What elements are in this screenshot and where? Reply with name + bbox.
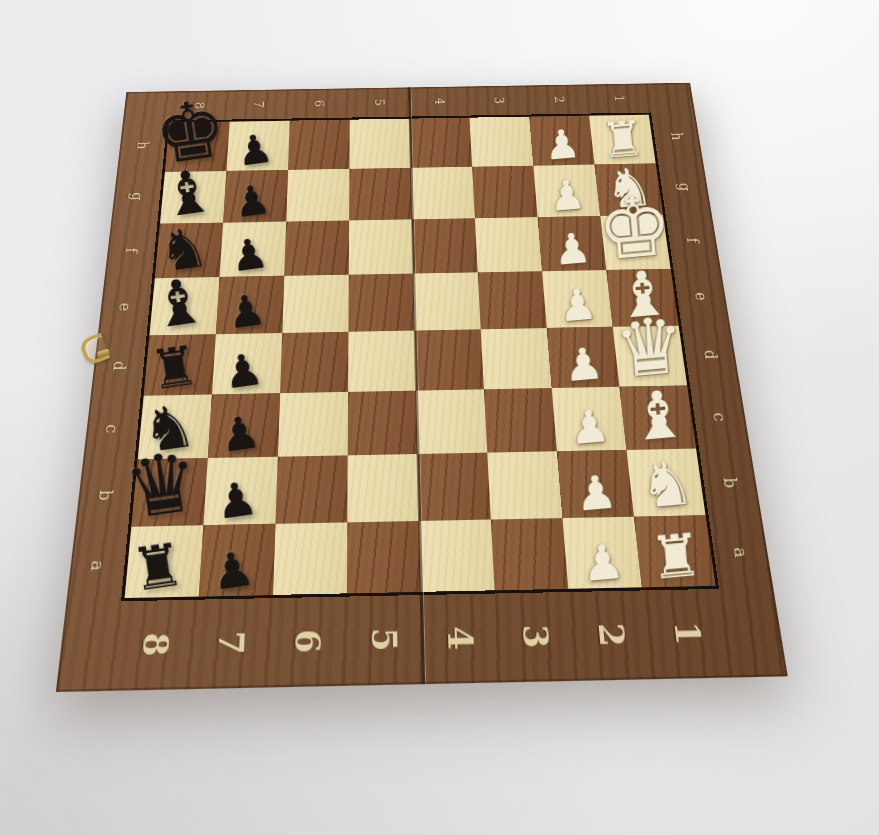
square-c2[interactable]: ♟	[552, 387, 627, 452]
square-f4[interactable]	[412, 218, 478, 273]
white-pawn-b2[interactable]: ♟	[574, 469, 619, 517]
square-h4[interactable]	[410, 118, 472, 168]
black-rook-a8[interactable]: ♜	[128, 536, 188, 599]
square-a3[interactable]	[491, 518, 568, 590]
square-d3[interactable]	[481, 328, 552, 389]
top-rank-label-3: 3	[491, 97, 507, 104]
black-pawn-h7[interactable]: ♟	[234, 129, 275, 172]
square-a1[interactable]: ♜	[634, 515, 715, 587]
photo-backdrop: 87654321 hgfedcba ♚♟♟♜♝♟♟♞♞♟♟♚♝♟♟♝♜♟♟♛♞♟…	[0, 0, 879, 835]
square-e5[interactable]	[348, 274, 414, 332]
square-b5[interactable]	[347, 454, 419, 522]
black-pawn-c7[interactable]: ♟	[217, 410, 263, 458]
square-d8[interactable]: ♜	[144, 334, 216, 396]
square-d4[interactable]	[415, 329, 484, 390]
square-b1[interactable]: ♞	[626, 449, 705, 517]
bottom-rank-label-3: 3	[515, 624, 556, 649]
bottom-rank-label-7: 7	[211, 630, 252, 655]
square-b7[interactable]: ♟	[203, 457, 277, 526]
right-file-label-h: h	[667, 132, 686, 140]
black-pawn-e7[interactable]: ♟	[224, 289, 268, 335]
square-e8[interactable]: ♝	[149, 277, 219, 335]
square-a2[interactable]: ♟	[562, 517, 641, 589]
square-f5[interactable]	[349, 219, 413, 274]
square-h2[interactable]: ♟	[529, 116, 594, 166]
square-h3[interactable]	[469, 117, 533, 167]
left-file-label-f: f	[122, 248, 141, 253]
right-file-label-a: a	[729, 547, 752, 558]
left-file-label-h: h	[133, 141, 152, 149]
square-b8[interactable]: ♛	[131, 458, 207, 527]
top-rank-label-7: 7	[251, 101, 267, 108]
white-pawn-a2[interactable]: ♟	[580, 539, 626, 588]
square-g7[interactable]: ♟	[223, 170, 288, 223]
square-a5[interactable]	[347, 521, 421, 593]
square-b4[interactable]	[418, 453, 491, 521]
black-pawn-b7[interactable]: ♟	[213, 476, 261, 526]
bottom-rank-label-6: 6	[287, 629, 327, 654]
white-knight-b1[interactable]: ♞	[637, 453, 696, 516]
square-e2[interactable]: ♟	[542, 270, 613, 328]
square-c6[interactable]	[278, 392, 348, 457]
right-file-label-f: f	[683, 238, 702, 243]
square-e4[interactable]	[413, 272, 480, 330]
square-e6[interactable]	[282, 275, 349, 333]
bottom-rank-label-2: 2	[591, 622, 633, 647]
white-pawn-g2[interactable]: ♟	[547, 175, 587, 217]
right-file-label-c: c	[709, 412, 731, 421]
top-rank-label-6: 6	[311, 100, 327, 107]
chess-board: 87654321 hgfedcba ♚♟♟♜♝♟♟♞♞♟♟♚♝♟♟♝♜♟♟♛♞♟…	[56, 83, 788, 692]
square-c7[interactable]: ♟	[208, 393, 280, 458]
white-pawn-e2[interactable]: ♟	[557, 283, 599, 327]
square-a4[interactable]	[419, 520, 494, 592]
square-d5[interactable]	[348, 331, 416, 392]
white-bishop-c1[interactable]: ♝	[626, 382, 690, 449]
top-rank-label-5: 5	[371, 99, 387, 106]
bottom-rank-label-8: 8	[134, 632, 176, 657]
black-pawn-f7[interactable]: ♟	[228, 233, 271, 278]
square-d2[interactable]: ♟	[547, 327, 620, 388]
square-d6[interactable]	[280, 332, 348, 393]
square-e7[interactable]: ♟	[216, 276, 284, 334]
black-queen-b8[interactable]: ♛	[120, 441, 204, 529]
bottom-rank-label-4: 4	[440, 626, 481, 651]
bottom-rank-label-1: 1	[666, 621, 709, 646]
left-file-label-c: c	[102, 424, 123, 433]
board-perspective-wrapper: 87654321 hgfedcba ♚♟♟♜♝♟♟♞♞♟♟♚♝♟♟♝♜♟♟♛♞♟…	[56, 83, 788, 692]
square-g5[interactable]	[349, 168, 412, 221]
black-pawn-g7[interactable]: ♟	[231, 180, 273, 224]
right-file-label-d: d	[700, 350, 721, 360]
white-pawn-c2[interactable]: ♟	[568, 404, 612, 450]
square-a7[interactable]: ♟	[199, 524, 276, 597]
square-h5[interactable]	[349, 119, 410, 169]
left-file-label-d: d	[108, 361, 129, 371]
left-file-label-b: b	[94, 489, 116, 500]
black-pawn-d7[interactable]: ♟	[221, 348, 266, 395]
left-file-label-g: g	[127, 192, 146, 201]
square-b3[interactable]	[487, 451, 562, 519]
left-file-label-a: a	[86, 560, 109, 571]
square-a6[interactable]	[273, 522, 347, 594]
square-c1[interactable]: ♝	[619, 385, 696, 449]
square-c4[interactable]	[416, 389, 487, 454]
bottom-rank-label-5: 5	[364, 627, 404, 652]
square-g3[interactable]	[472, 166, 537, 219]
square-b6[interactable]	[275, 455, 347, 523]
white-pawn-d2[interactable]: ♟	[562, 342, 605, 387]
top-rank-label-1: 1	[611, 95, 628, 102]
square-a8[interactable]: ♜	[125, 525, 204, 598]
right-file-label-b: b	[719, 477, 741, 488]
square-g4[interactable]	[411, 167, 475, 220]
white-rook-a1[interactable]: ♜	[648, 526, 705, 586]
square-c5[interactable]	[348, 391, 418, 456]
square-f6[interactable]	[284, 220, 349, 275]
square-g6[interactable]	[286, 169, 349, 222]
square-f7[interactable]: ♟	[220, 222, 287, 277]
square-c3[interactable]	[484, 388, 557, 453]
white-pawn-h2[interactable]: ♟	[543, 124, 582, 165]
square-h7[interactable]: ♟	[226, 121, 289, 171]
black-bishop-e8[interactable]: ♝	[147, 270, 211, 337]
square-h6[interactable]	[288, 120, 350, 170]
square-b2[interactable]: ♟	[557, 450, 634, 518]
black-pawn-a7[interactable]: ♟	[208, 545, 257, 596]
square-d7[interactable]: ♟	[212, 333, 282, 394]
square-e3[interactable]	[478, 271, 547, 329]
square-f2[interactable]: ♟	[538, 216, 607, 271]
right-file-label-e: e	[691, 292, 711, 301]
top-rank-label-4: 4	[431, 98, 447, 105]
white-pawn-f2[interactable]: ♟	[552, 228, 593, 271]
top-rank-label-2: 2	[551, 96, 567, 103]
right-file-label-g: g	[675, 183, 694, 192]
left-file-label-e: e	[115, 302, 135, 311]
square-f3[interactable]	[475, 217, 542, 272]
black-rook-d8[interactable]: ♜	[147, 339, 202, 397]
square-g2[interactable]: ♟	[533, 165, 600, 218]
